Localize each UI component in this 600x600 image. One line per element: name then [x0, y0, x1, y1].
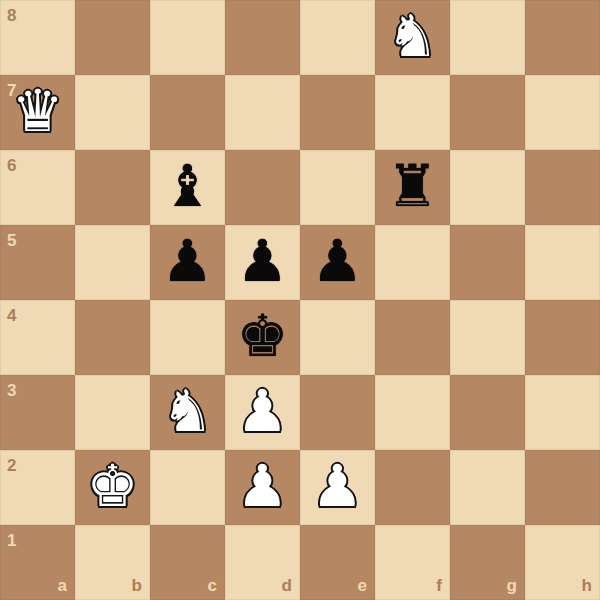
- piece-white-pawn: ♟: [237, 382, 289, 440]
- file-label-f: f: [436, 577, 442, 594]
- square-c7[interactable]: [150, 75, 225, 150]
- square-h5[interactable]: [525, 225, 600, 300]
- square-h4[interactable]: [525, 300, 600, 375]
- square-f3[interactable]: [375, 375, 450, 450]
- square-h3[interactable]: [525, 375, 600, 450]
- square-d8[interactable]: [225, 0, 300, 75]
- square-h8[interactable]: [525, 0, 600, 75]
- square-b5[interactable]: [75, 225, 150, 300]
- square-f1[interactable]: f: [375, 525, 450, 600]
- square-b3[interactable]: [75, 375, 150, 450]
- square-e5[interactable]: ♟: [300, 225, 375, 300]
- square-d1[interactable]: d: [225, 525, 300, 600]
- square-a6[interactable]: 6: [0, 150, 75, 225]
- file-label-h: h: [582, 577, 592, 594]
- square-c5[interactable]: ♟: [150, 225, 225, 300]
- piece-black-king: ♚: [237, 307, 289, 365]
- piece-white-queen: ♛: [12, 82, 64, 140]
- square-a5[interactable]: 5: [0, 225, 75, 300]
- square-h1[interactable]: h: [525, 525, 600, 600]
- square-g3[interactable]: [450, 375, 525, 450]
- square-c8[interactable]: [150, 0, 225, 75]
- square-b1[interactable]: b: [75, 525, 150, 600]
- file-label-c: c: [208, 577, 217, 594]
- square-g5[interactable]: [450, 225, 525, 300]
- square-g6[interactable]: [450, 150, 525, 225]
- square-e4[interactable]: [300, 300, 375, 375]
- rank-label-4: 4: [7, 307, 16, 324]
- square-g8[interactable]: [450, 0, 525, 75]
- piece-black-pawn: ♟: [162, 232, 214, 290]
- square-c4[interactable]: [150, 300, 225, 375]
- square-b2[interactable]: ♚: [75, 450, 150, 525]
- rank-label-3: 3: [7, 382, 16, 399]
- square-a3[interactable]: 3: [0, 375, 75, 450]
- rank-label-6: 6: [7, 157, 16, 174]
- rank-label-2: 2: [7, 457, 16, 474]
- rank-label-5: 5: [7, 232, 16, 249]
- square-e7[interactable]: [300, 75, 375, 150]
- piece-white-pawn: ♟: [312, 457, 364, 515]
- square-f6[interactable]: ♜: [375, 150, 450, 225]
- square-f4[interactable]: [375, 300, 450, 375]
- file-label-g: g: [507, 577, 517, 594]
- piece-black-rook: ♜: [387, 157, 439, 215]
- square-g7[interactable]: [450, 75, 525, 150]
- file-label-a: a: [58, 577, 67, 594]
- rank-label-1: 1: [7, 532, 16, 549]
- square-e3[interactable]: [300, 375, 375, 450]
- square-a2[interactable]: 2: [0, 450, 75, 525]
- square-e1[interactable]: e: [300, 525, 375, 600]
- file-label-b: b: [132, 577, 142, 594]
- square-d2[interactable]: ♟: [225, 450, 300, 525]
- square-e2[interactable]: ♟: [300, 450, 375, 525]
- square-b6[interactable]: [75, 150, 150, 225]
- file-label-e: e: [358, 577, 367, 594]
- square-a4[interactable]: 4: [0, 300, 75, 375]
- square-h7[interactable]: [525, 75, 600, 150]
- square-d7[interactable]: [225, 75, 300, 150]
- square-b8[interactable]: [75, 0, 150, 75]
- square-d5[interactable]: ♟: [225, 225, 300, 300]
- square-h2[interactable]: [525, 450, 600, 525]
- square-d6[interactable]: [225, 150, 300, 225]
- rank-label-8: 8: [7, 7, 16, 24]
- piece-white-knight: ♞: [162, 382, 214, 440]
- piece-white-knight: ♞: [387, 7, 439, 65]
- square-b7[interactable]: [75, 75, 150, 150]
- square-f2[interactable]: [375, 450, 450, 525]
- square-d3[interactable]: ♟: [225, 375, 300, 450]
- square-c6[interactable]: ♝: [150, 150, 225, 225]
- square-c3[interactable]: ♞: [150, 375, 225, 450]
- square-c1[interactable]: c: [150, 525, 225, 600]
- square-f7[interactable]: [375, 75, 450, 150]
- square-c2[interactable]: [150, 450, 225, 525]
- piece-black-pawn: ♟: [312, 232, 364, 290]
- file-label-d: d: [282, 577, 292, 594]
- square-h6[interactable]: [525, 150, 600, 225]
- square-g4[interactable]: [450, 300, 525, 375]
- square-e6[interactable]: [300, 150, 375, 225]
- square-b4[interactable]: [75, 300, 150, 375]
- chess-board: 8♞7♛6♝♜5♟♟♟4♚3♞♟2♚♟♟1abcdefgh: [0, 0, 600, 600]
- piece-white-pawn: ♟: [237, 457, 289, 515]
- square-e8[interactable]: [300, 0, 375, 75]
- square-g1[interactable]: g: [450, 525, 525, 600]
- piece-white-king: ♚: [87, 457, 139, 515]
- square-a1[interactable]: 1a: [0, 525, 75, 600]
- piece-black-bishop: ♝: [162, 157, 214, 215]
- piece-black-pawn: ♟: [237, 232, 289, 290]
- square-a8[interactable]: 8: [0, 0, 75, 75]
- square-f5[interactable]: [375, 225, 450, 300]
- square-g2[interactable]: [450, 450, 525, 525]
- square-d4[interactable]: ♚: [225, 300, 300, 375]
- square-a7[interactable]: 7♛: [0, 75, 75, 150]
- square-f8[interactable]: ♞: [375, 0, 450, 75]
